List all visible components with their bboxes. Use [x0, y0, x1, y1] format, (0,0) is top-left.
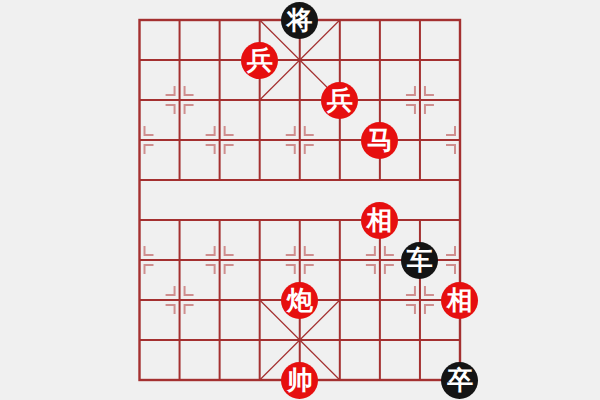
- piece-red-cannon[interactable]: 炮: [281, 282, 318, 319]
- piece-red-elephant-2[interactable]: 相: [441, 282, 478, 319]
- piece-red-elephant-1[interactable]: 相: [361, 202, 398, 239]
- piece-black-pawn[interactable]: 卒: [441, 362, 478, 399]
- piece-red-horse[interactable]: 马: [361, 122, 398, 159]
- piece-black-general[interactable]: 将: [281, 2, 318, 39]
- piece-black-chariot[interactable]: 车: [401, 242, 438, 279]
- xiangqi-screenshot: 将兵兵马相车炮相帅卒: [0, 0, 600, 400]
- piece-red-pawn-2[interactable]: 兵: [321, 82, 358, 119]
- pieces-layer: 将兵兵马相车炮相帅卒: [120, 0, 480, 400]
- piece-red-pawn-1[interactable]: 兵: [241, 42, 278, 79]
- piece-red-general[interactable]: 帅: [281, 362, 318, 399]
